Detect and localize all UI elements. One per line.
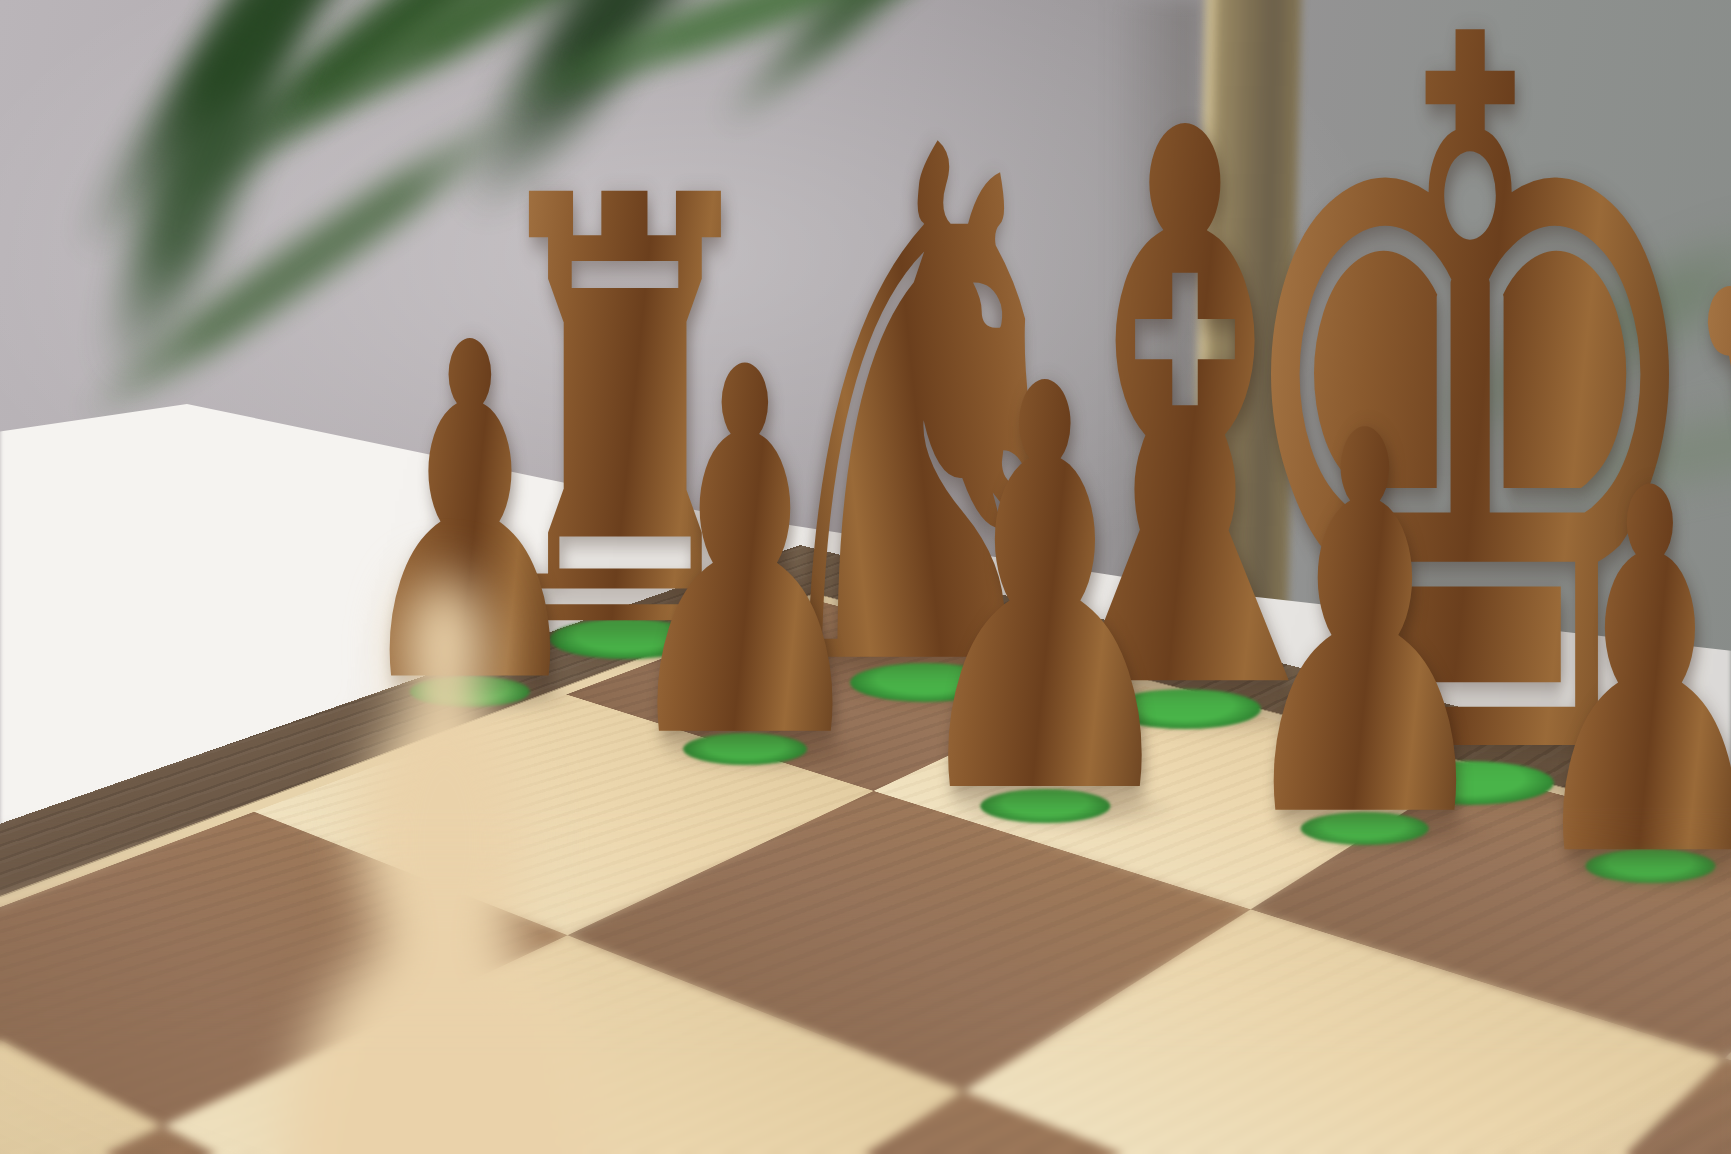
depth-blur — [0, 808, 1731, 1154]
photo-scene: Overhead-angle photograph of a minimalis… — [0, 0, 1731, 1154]
piece-black-pawn-d7[interactable]: ♟ — [1425, 375, 1731, 876]
